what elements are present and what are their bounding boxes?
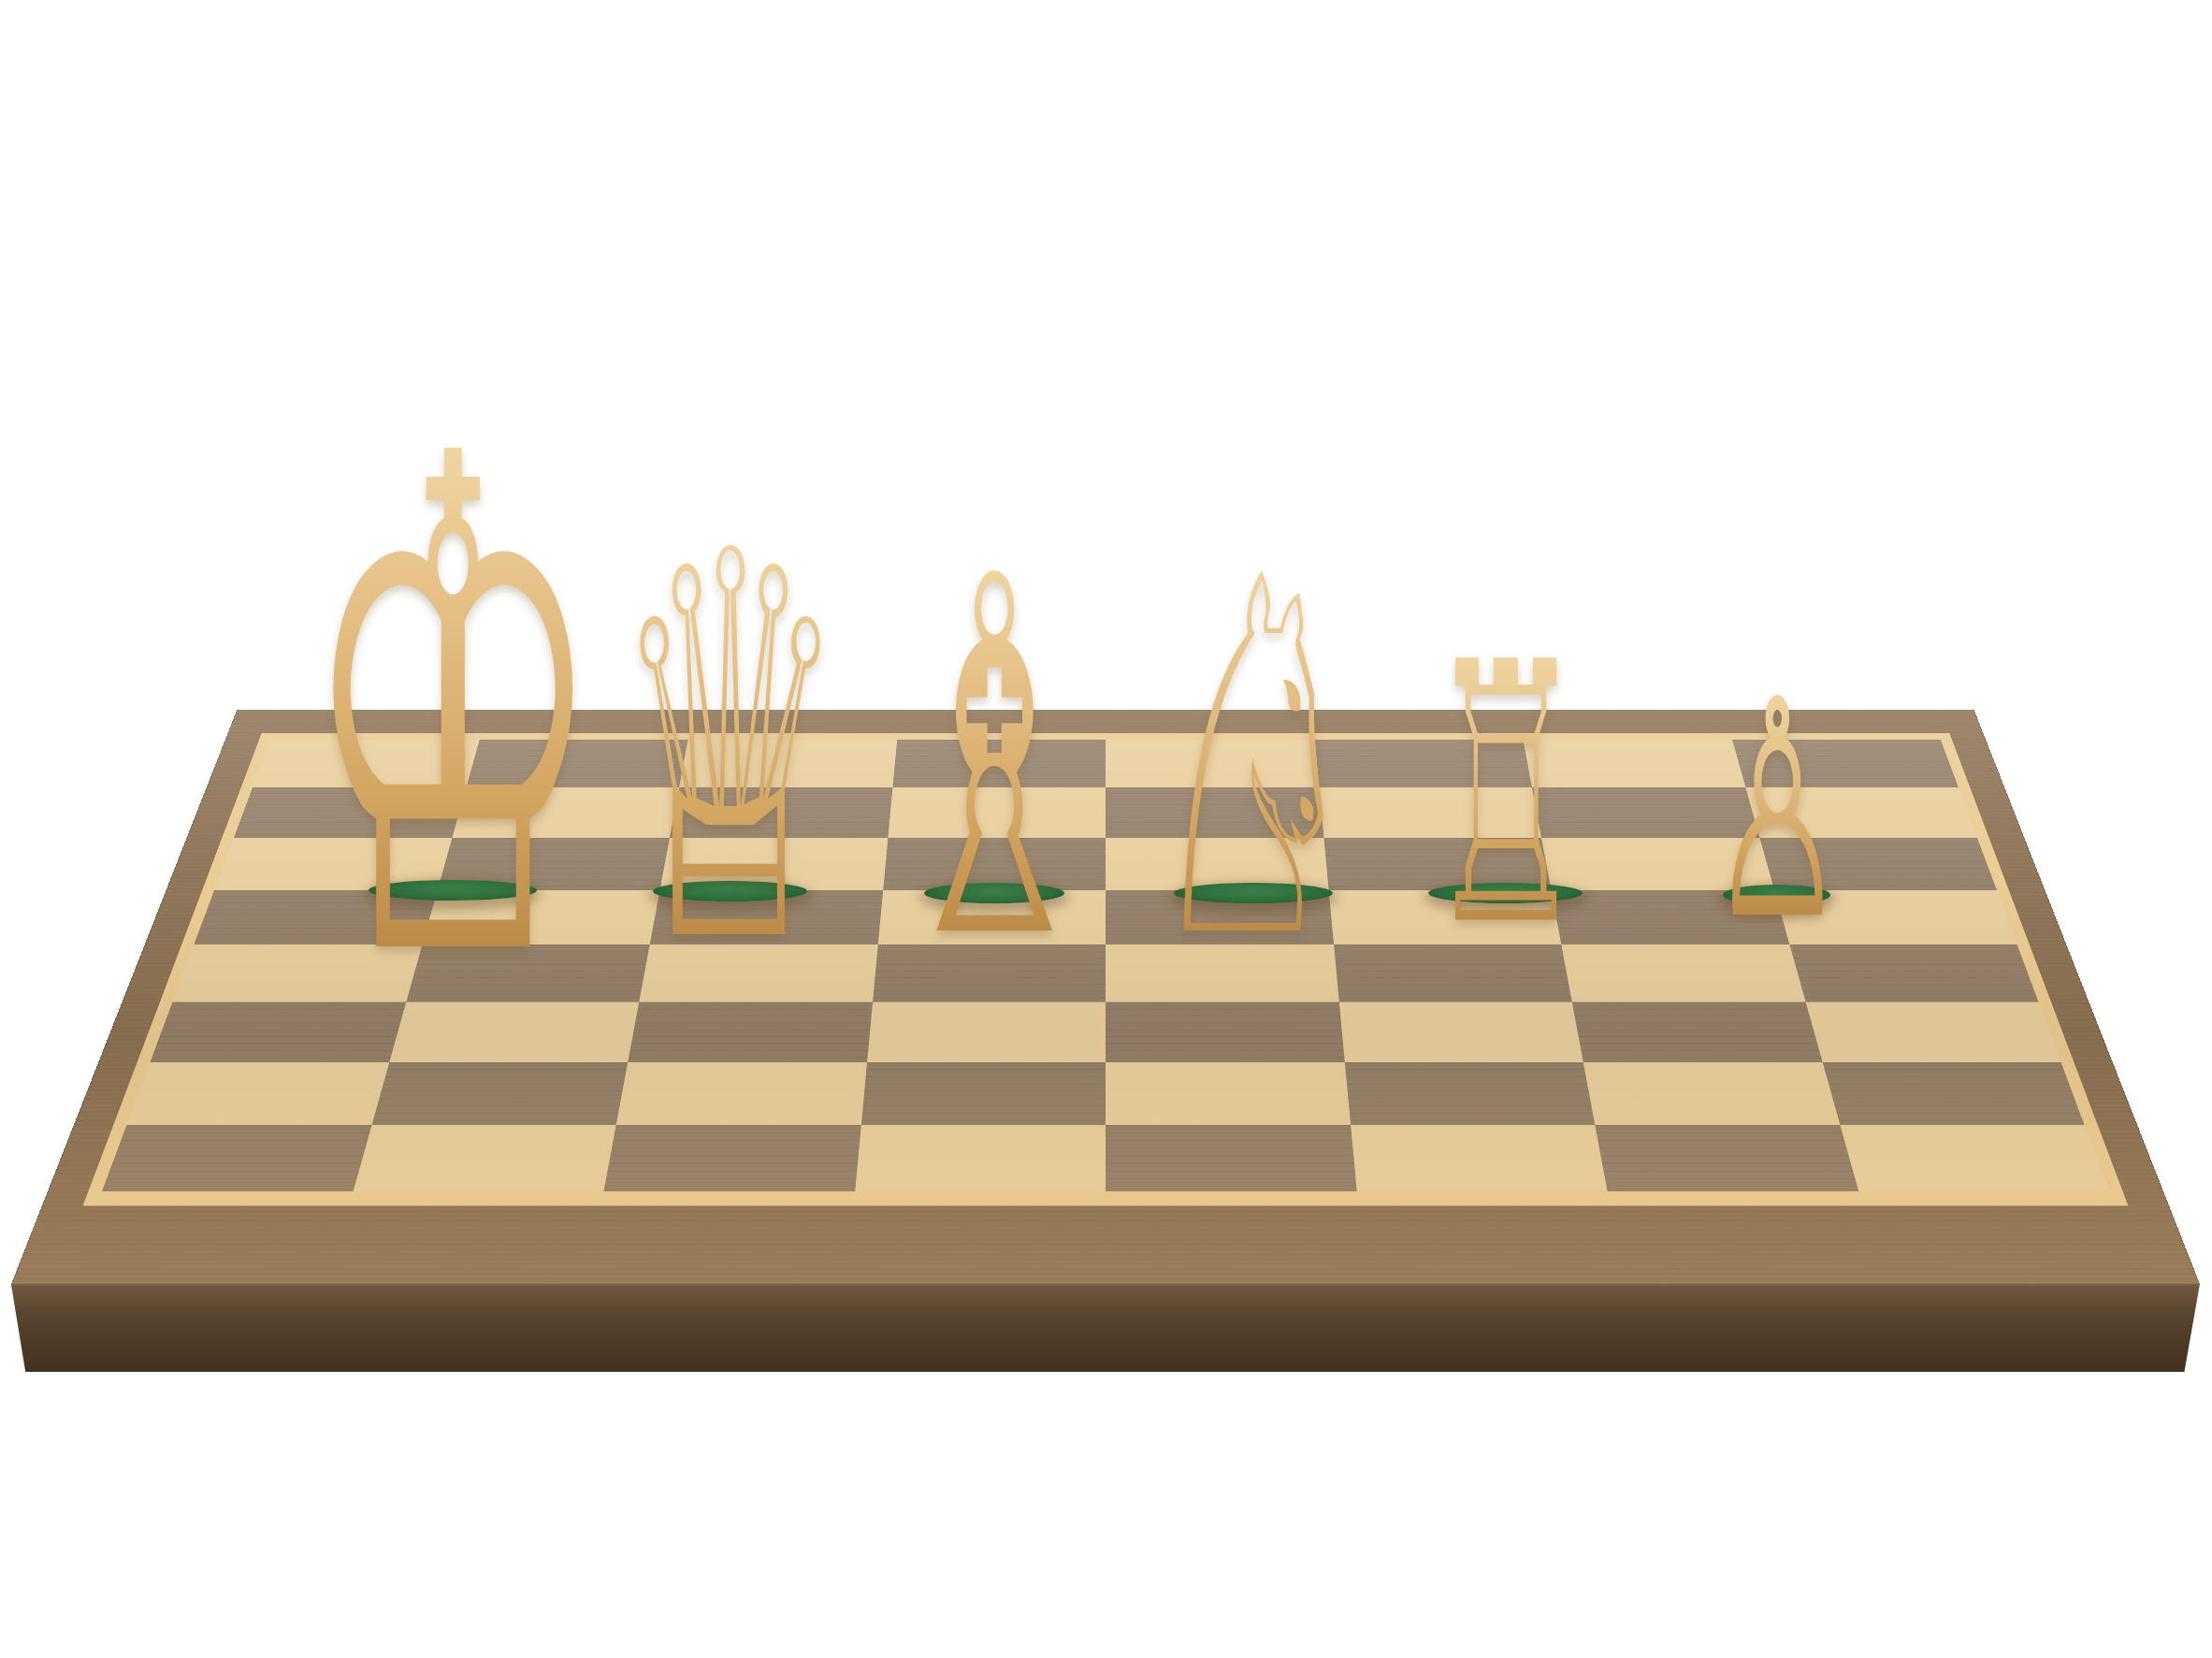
- product-photo: ♔ ♕ ♗ ♘ ♖ ♙: [0, 0, 2212, 1658]
- white-rook-glyph: ♖: [1425, 616, 1586, 975]
- white-pawn[interactable]: ♙: [1626, 660, 1928, 961]
- white-pawn-glyph: ♙: [1710, 660, 1844, 961]
- pieces-layer: ♔ ♕ ♗ ♘ ♖ ♙: [0, 0, 2212, 1658]
